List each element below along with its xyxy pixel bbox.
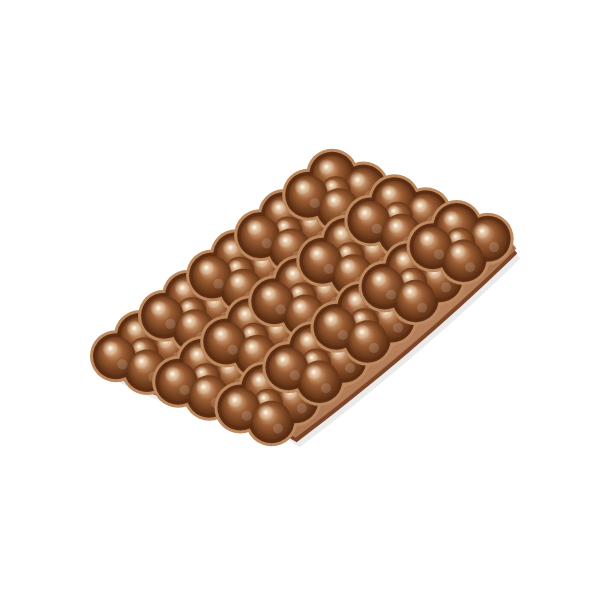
dome-front [252, 401, 291, 440]
chocolate-mold-photo [0, 0, 600, 600]
dome-front [396, 280, 435, 319]
dome-front [348, 320, 387, 359]
dome-front [300, 361, 339, 400]
dome-front [444, 240, 483, 279]
product-photo-stage [0, 0, 600, 600]
